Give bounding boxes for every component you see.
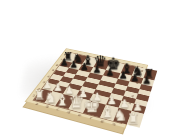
scene: ♜♞♝♛♚♝♞♜♟♟♟♟♟♟♟♟♟♟♟♟♟♟♟♟♜♞♝♛♚♝♞♜ abcdefg… [0, 0, 180, 135]
square-e7: ♟ [103, 70, 120, 79]
square-h1: ♜ [127, 111, 144, 128]
piece-white-knight: ♞ [114, 108, 128, 123]
piece-white-bishop: ♝ [100, 103, 114, 119]
photo-background: ♜♞♝♛♚♝♞♜♟♟♟♟♟♟♟♟♟♟♟♟♟♟♟♟♜♞♝♛♚♝♞♜ abcdefg… [0, 0, 180, 135]
chess-board: ♜♞♝♛♚♝♞♜♟♟♟♟♟♟♟♟♟♟♟♟♟♟♟♟♜♞♝♛♚♝♞♜ abcdefg… [25, 48, 149, 128]
piece-black-pawn: ♟ [142, 75, 151, 85]
piece-black-pawn: ♟ [60, 58, 68, 67]
piece-white-queen: ♛ [68, 94, 84, 112]
piece-black-pawn: ♟ [93, 65, 102, 75]
piece-white-rook: ♜ [127, 112, 140, 126]
piece-black-pawn: ♟ [119, 71, 128, 81]
piece-black-pawn: ♟ [70, 60, 78, 69]
piece-white-king: ♚ [83, 96, 100, 115]
piece-black-pawn: ♟ [80, 62, 89, 72]
piece-black-pawn: ♟ [106, 68, 115, 78]
board-frame: ♜♞♝♛♚♝♞♜♟♟♟♟♟♟♟♟♟♟♟♟♟♟♟♟♜♞♝♛♚♝♞♜ abcdefg… [25, 48, 149, 128]
piece-black-pawn: ♟ [131, 73, 140, 83]
